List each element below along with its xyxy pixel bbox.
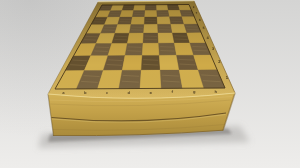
- photo-stage: abcdefgh87654321: [0, 0, 300, 168]
- chess-box-photo: abcdefgh87654321: [0, 0, 300, 168]
- box-front: [48, 93, 235, 136]
